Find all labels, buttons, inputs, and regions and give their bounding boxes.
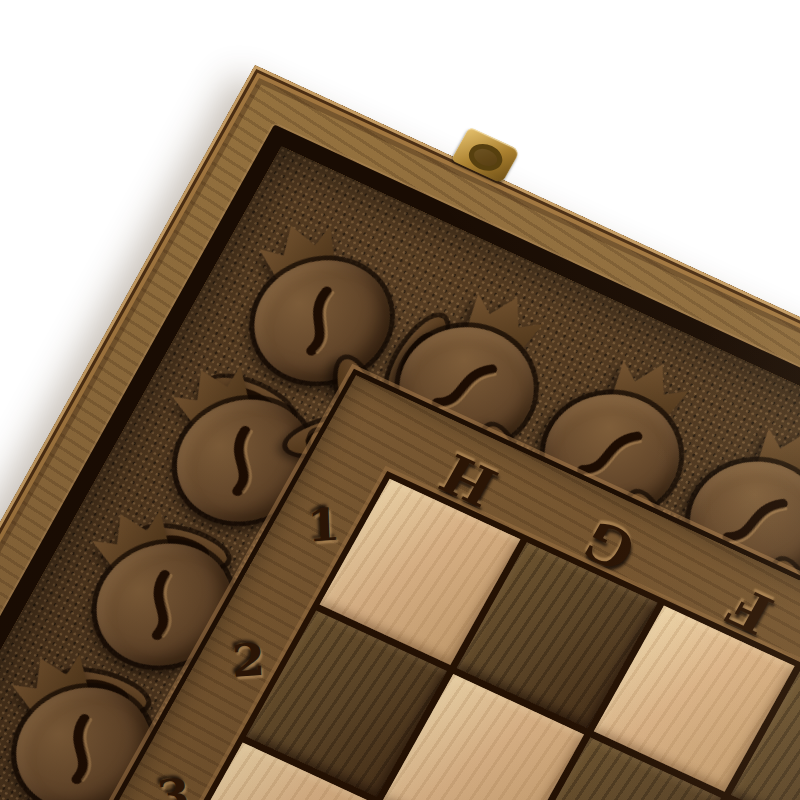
rank-label-3: 3 (125, 749, 221, 800)
pomegranate-crown (0, 787, 15, 800)
seed-carving-icon (27, 694, 137, 800)
photo-background: H G F 1 2 3 (0, 0, 800, 800)
chess-box: H G F 1 2 3 (0, 65, 800, 800)
seed-carving-icon (269, 267, 374, 373)
brass-latch (451, 127, 520, 184)
